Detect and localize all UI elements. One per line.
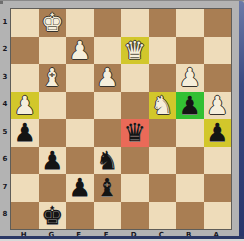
square-h6[interactable] <box>11 147 39 175</box>
square-a8[interactable] <box>204 202 232 230</box>
rank-label-1: 1 <box>0 8 10 36</box>
frame-edge-right <box>239 1 244 240</box>
piece-black-king[interactable]: ♚ <box>39 202 67 230</box>
square-e7[interactable]: ♝ <box>94 174 122 202</box>
piece-black-pawn[interactable]: ♟ <box>39 147 67 175</box>
square-c7[interactable] <box>149 174 177 202</box>
piece-white-pawn[interactable]: ♟ <box>66 37 94 65</box>
square-g5[interactable] <box>39 119 67 147</box>
piece-black-pawn[interactable]: ♟ <box>11 119 39 147</box>
square-g3[interactable]: ♝ <box>39 64 67 92</box>
square-h5[interactable]: ♟ <box>11 119 39 147</box>
square-a5[interactable]: ♟ <box>204 119 232 147</box>
square-d4[interactable] <box>121 92 149 120</box>
square-f3[interactable] <box>66 64 94 92</box>
square-b5[interactable] <box>176 119 204 147</box>
square-h1[interactable] <box>11 9 39 37</box>
square-h4[interactable]: ♟ <box>11 92 39 120</box>
square-e6[interactable]: ♞ <box>94 147 122 175</box>
square-h2[interactable] <box>11 37 39 65</box>
rank-label-3: 3 <box>0 63 10 91</box>
square-e4[interactable] <box>94 92 122 120</box>
square-d5[interactable]: ♛ <box>121 119 149 147</box>
piece-white-pawn[interactable]: ♟ <box>176 64 204 92</box>
square-b4[interactable]: ♟ <box>176 92 204 120</box>
square-a1[interactable] <box>204 9 232 37</box>
square-d2[interactable]: ♛ <box>121 37 149 65</box>
piece-white-knight[interactable]: ♞ <box>149 92 177 120</box>
square-g6[interactable]: ♟ <box>39 147 67 175</box>
piece-white-pawn[interactable]: ♟ <box>11 92 39 120</box>
square-f4[interactable] <box>66 92 94 120</box>
rank-label-4: 4 <box>0 91 10 119</box>
square-e5[interactable] <box>94 119 122 147</box>
square-d6[interactable] <box>121 147 149 175</box>
piece-white-bishop[interactable]: ♝ <box>39 64 67 92</box>
square-f6[interactable] <box>66 147 94 175</box>
frame-corner <box>0 1 3 4</box>
rank-label-8: 8 <box>0 201 10 229</box>
square-a6[interactable] <box>204 147 232 175</box>
rank-label-7: 7 <box>0 173 10 201</box>
square-c2[interactable] <box>149 37 177 65</box>
square-d3[interactable] <box>121 64 149 92</box>
square-g4[interactable] <box>39 92 67 120</box>
square-a7[interactable] <box>204 174 232 202</box>
piece-black-pawn[interactable]: ♟ <box>66 174 94 202</box>
square-f1[interactable] <box>66 9 94 37</box>
piece-black-queen[interactable]: ♛ <box>121 119 149 147</box>
square-c8[interactable] <box>149 202 177 230</box>
piece-white-king[interactable]: ♚ <box>39 9 67 37</box>
rank-label-5: 5 <box>0 118 10 146</box>
square-g2[interactable] <box>39 37 67 65</box>
square-h7[interactable] <box>11 174 39 202</box>
square-d1[interactable] <box>121 9 149 37</box>
square-a4[interactable]: ♟ <box>204 92 232 120</box>
piece-white-queen[interactable]: ♛ <box>121 37 149 65</box>
square-f7[interactable]: ♟ <box>66 174 94 202</box>
square-b2[interactable] <box>176 37 204 65</box>
square-c5[interactable] <box>149 119 177 147</box>
rank-label-2: 2 <box>0 36 10 64</box>
square-e8[interactable] <box>94 202 122 230</box>
square-e3[interactable]: ♟ <box>94 64 122 92</box>
square-c4[interactable]: ♞ <box>149 92 177 120</box>
square-a3[interactable] <box>204 64 232 92</box>
square-b8[interactable] <box>176 202 204 230</box>
square-e1[interactable] <box>94 9 122 37</box>
chess-board[interactable]: ♚♟♛♝♟♟♟♞♟♟♟♛♟♟♞♟♝♚ <box>10 8 232 230</box>
square-h8[interactable] <box>11 202 39 230</box>
square-d8[interactable] <box>121 202 149 230</box>
square-f2[interactable]: ♟ <box>66 37 94 65</box>
piece-black-bishop[interactable]: ♝ <box>94 174 122 202</box>
square-g1[interactable]: ♚ <box>39 9 67 37</box>
square-g8[interactable]: ♚ <box>39 202 67 230</box>
square-g7[interactable] <box>39 174 67 202</box>
square-c3[interactable] <box>149 64 177 92</box>
square-e2[interactable] <box>94 37 122 65</box>
square-f8[interactable] <box>66 202 94 230</box>
rank-label-6: 6 <box>0 146 10 174</box>
chess-board-window: 12345678 ♚♟♛♝♟♟♟♞♟♟♟♛♟♟♞♟♝♚ HGFEDCBA <box>0 0 244 241</box>
piece-white-pawn[interactable]: ♟ <box>204 92 232 120</box>
piece-black-pawn[interactable]: ♟ <box>204 119 232 147</box>
square-d7[interactable] <box>121 174 149 202</box>
square-f5[interactable] <box>66 119 94 147</box>
square-h3[interactable] <box>11 64 39 92</box>
square-c6[interactable] <box>149 147 177 175</box>
piece-white-pawn[interactable]: ♟ <box>94 64 122 92</box>
square-b3[interactable]: ♟ <box>176 64 204 92</box>
square-b1[interactable] <box>176 9 204 37</box>
square-a2[interactable] <box>204 37 232 65</box>
piece-black-pawn[interactable]: ♟ <box>176 92 204 120</box>
square-b6[interactable] <box>176 147 204 175</box>
square-b7[interactable] <box>176 174 204 202</box>
piece-black-knight[interactable]: ♞ <box>94 147 122 175</box>
square-c1[interactable] <box>149 9 177 37</box>
